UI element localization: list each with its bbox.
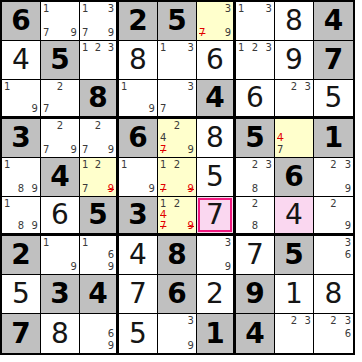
pencil-marks: 39 bbox=[158, 314, 196, 353]
candidate-9: 9 bbox=[144, 103, 155, 114]
candidate-7: 7 bbox=[277, 143, 288, 155]
candidate-2: 2 bbox=[288, 315, 299, 327]
cell-r3c3[interactable]: 8 bbox=[80, 80, 119, 119]
cell-r7c9[interactable]: 36 bbox=[314, 236, 353, 275]
candidate-1: 1 bbox=[4, 198, 15, 209]
given-digit: 8 bbox=[88, 84, 107, 112]
given-digit: 4 bbox=[50, 163, 69, 191]
candidate-2: 2 bbox=[328, 159, 340, 171]
candidate-9: 9 bbox=[66, 26, 77, 38]
candidate-2: 2 bbox=[54, 81, 65, 92]
candidate-2: 2 bbox=[328, 198, 340, 209]
candidate-1: 1 bbox=[121, 81, 132, 92]
given-digit: 2 bbox=[128, 7, 147, 35]
candidate-3: 3 bbox=[261, 159, 272, 171]
cell-r1c4[interactable]: 2 bbox=[119, 2, 158, 41]
given-digit: 3 bbox=[128, 201, 147, 229]
pencil-marks: 179 bbox=[41, 2, 79, 40]
given-digit: 3 bbox=[11, 124, 30, 152]
pencil-marks: 29 bbox=[314, 197, 353, 233]
cell-r8c2[interactable]: 3 bbox=[41, 275, 80, 314]
cell-r6c8[interactable]: 4 bbox=[275, 197, 314, 236]
cell-r1c2[interactable]: 179 bbox=[41, 2, 80, 41]
pencil-marks: 279 bbox=[41, 119, 79, 157]
candidate-9: 9 bbox=[66, 260, 77, 272]
cell-r2c3[interactable]: 123 bbox=[80, 41, 119, 80]
candidate-9: 9 bbox=[103, 339, 114, 351]
candidate-7: 7 bbox=[82, 182, 93, 194]
given-digit: 7 bbox=[11, 320, 30, 348]
cell-r2c4[interactable]: 8 bbox=[119, 41, 158, 80]
cell-r2c6[interactable]: 6 bbox=[197, 41, 236, 80]
cell-r2c7[interactable]: 123 bbox=[236, 41, 275, 80]
candidate-9: 9 bbox=[183, 143, 194, 155]
given-digit: 7 bbox=[324, 46, 343, 74]
cell-r4c5[interactable]: 2479 bbox=[158, 119, 197, 158]
solved-digit: 6 bbox=[206, 46, 224, 74]
candidate-1: 1 bbox=[82, 237, 93, 249]
pencil-marks: 37 bbox=[158, 80, 196, 116]
pencil-marks: 123 bbox=[236, 41, 274, 79]
cell-r5c5[interactable]: 1279 bbox=[158, 158, 197, 197]
candidate-3: 3 bbox=[300, 81, 311, 92]
cell-r5c2[interactable]: 4 bbox=[41, 158, 80, 197]
pencil-marks: 69 bbox=[80, 314, 116, 353]
eliminated-candidate-7: 7 bbox=[160, 182, 171, 194]
cell-r8c6[interactable]: 2 bbox=[197, 275, 236, 314]
candidate-6: 6 bbox=[339, 327, 351, 339]
cell-r6c3[interactable]: 5 bbox=[80, 197, 119, 236]
cell-r8c9[interactable]: 8 bbox=[314, 275, 353, 314]
cell-r4c7[interactable]: 5 bbox=[236, 119, 275, 158]
given-digit: 4 bbox=[324, 7, 343, 35]
candidate-3: 3 bbox=[183, 81, 194, 92]
cell-r9c2[interactable]: 8 bbox=[41, 314, 80, 353]
pencil-marks: 13 bbox=[236, 2, 274, 40]
candidate-9: 9 bbox=[220, 260, 231, 272]
cell-r5c1[interactable]: 189 bbox=[2, 158, 41, 197]
given-digit: 6 bbox=[11, 7, 30, 35]
cell-r7c1[interactable]: 2 bbox=[2, 236, 41, 275]
eliminated-candidate-4: 4 bbox=[277, 132, 288, 144]
cell-r9c6[interactable]: 1 bbox=[197, 314, 236, 353]
candidate-1: 1 bbox=[121, 159, 132, 171]
pencil-marks: 28 bbox=[236, 197, 274, 233]
candidate-3: 3 bbox=[339, 237, 351, 249]
cell-r1c6[interactable]: 379 bbox=[197, 2, 236, 41]
given-digit: 3 bbox=[50, 280, 69, 308]
cell-r9c3[interactable]: 69 bbox=[80, 314, 119, 353]
given-digit: 6 bbox=[284, 163, 303, 191]
cell-r7c5[interactable]: 8 bbox=[158, 236, 197, 275]
solved-digit: 8 bbox=[325, 280, 343, 308]
cell-r5c4[interactable]: 19 bbox=[119, 158, 158, 197]
solved-digit: 8 bbox=[206, 124, 224, 152]
candidate-2: 2 bbox=[328, 315, 340, 327]
given-digit: 4 bbox=[88, 280, 107, 308]
cell-r7c6[interactable]: 39 bbox=[197, 236, 236, 275]
candidate-9: 9 bbox=[27, 103, 38, 114]
cell-r8c8[interactable]: 1 bbox=[275, 275, 314, 314]
cell-r8c3[interactable]: 4 bbox=[80, 275, 119, 314]
cell-r4c9[interactable]: 1 bbox=[314, 119, 353, 158]
cell-r2c1[interactable]: 4 bbox=[2, 41, 41, 80]
candidate-9: 9 bbox=[339, 220, 351, 231]
candidate-7: 7 bbox=[43, 103, 54, 114]
cell-r9c1[interactable]: 7 bbox=[2, 314, 41, 353]
cell-r1c9[interactable]: 4 bbox=[314, 2, 353, 41]
given-digit: 5 bbox=[284, 241, 303, 269]
candidate-2: 2 bbox=[249, 198, 260, 209]
candidate-8: 8 bbox=[249, 182, 260, 194]
solved-digit: 5 bbox=[206, 163, 224, 191]
solved-digit: 4 bbox=[12, 46, 30, 74]
eliminated-candidate-7: 7 bbox=[199, 26, 210, 38]
candidate-9: 9 bbox=[103, 143, 114, 155]
pencil-marks: 19 bbox=[41, 236, 79, 274]
pencil-marks: 39 bbox=[197, 236, 233, 274]
cell-r6c4[interactable]: 3 bbox=[119, 197, 158, 236]
solved-digit: 7 bbox=[246, 241, 264, 269]
solved-digit: 7 bbox=[206, 201, 224, 229]
eliminated-candidate-4: 4 bbox=[160, 209, 171, 220]
pencil-marks: 23 bbox=[275, 314, 313, 353]
given-digit: 9 bbox=[245, 280, 264, 308]
cell-r1c5[interactable]: 5 bbox=[158, 2, 197, 41]
pencil-marks: 36 bbox=[314, 236, 353, 274]
pencil-marks: 13 bbox=[158, 41, 196, 79]
candidate-6: 6 bbox=[103, 327, 114, 339]
cell-r3c4[interactable]: 19 bbox=[119, 80, 158, 119]
candidate-7: 7 bbox=[43, 26, 54, 38]
solved-digit: 5 bbox=[129, 320, 147, 348]
candidate-2: 2 bbox=[171, 198, 182, 209]
cell-r9c4[interactable]: 5 bbox=[119, 314, 158, 353]
cell-r2c2[interactable]: 5 bbox=[41, 41, 80, 80]
given-digit: 2 bbox=[11, 241, 30, 269]
candidate-1: 1 bbox=[238, 42, 249, 54]
candidate-1: 1 bbox=[43, 237, 54, 249]
cell-r7c8[interactable]: 5 bbox=[275, 236, 314, 275]
pencil-marks: 169 bbox=[80, 236, 116, 274]
cell-r5c3[interactable]: 1279 bbox=[80, 158, 119, 197]
eliminated-candidate-9: 9 bbox=[183, 182, 194, 194]
cell-r9c5[interactable]: 39 bbox=[158, 314, 197, 353]
candidate-9: 9 bbox=[103, 26, 114, 38]
pencil-marks: 239 bbox=[314, 158, 353, 196]
cell-r7c4[interactable]: 4 bbox=[119, 236, 158, 275]
given-digit: 6 bbox=[167, 280, 186, 308]
cell-r1c1[interactable]: 6 bbox=[2, 2, 41, 41]
cell-r3c8[interactable]: 23 bbox=[275, 80, 314, 119]
candidate-1: 1 bbox=[160, 42, 171, 54]
pencil-marks: 2479 bbox=[158, 119, 196, 157]
cell-r7c2[interactable]: 19 bbox=[41, 236, 80, 275]
cell-r6c5[interactable]: 12479 bbox=[158, 197, 197, 236]
candidate-9: 9 bbox=[103, 260, 114, 272]
solved-digit: 9 bbox=[285, 46, 303, 74]
pencil-marks: 279 bbox=[80, 119, 116, 157]
cell-r9c9[interactable]: 236 bbox=[314, 314, 353, 353]
candidate-7: 7 bbox=[82, 26, 93, 38]
candidate-1: 1 bbox=[82, 3, 93, 15]
candidate-6: 6 bbox=[339, 249, 351, 261]
candidate-8: 8 bbox=[15, 220, 26, 231]
cell-r4c3[interactable]: 279 bbox=[80, 119, 119, 158]
cell-r9c7[interactable]: 4 bbox=[236, 314, 275, 353]
eliminated-candidate-9: 9 bbox=[183, 220, 194, 231]
solved-digit: 5 bbox=[325, 84, 343, 112]
solved-digit: 6 bbox=[246, 84, 264, 112]
candidate-7: 7 bbox=[160, 103, 171, 114]
given-digit: 8 bbox=[167, 241, 186, 269]
pencil-marks: 123 bbox=[80, 41, 116, 79]
candidate-2: 2 bbox=[171, 120, 182, 132]
cell-r9c8[interactable]: 23 bbox=[275, 314, 314, 353]
candidate-2: 2 bbox=[93, 42, 104, 54]
candidate-2: 2 bbox=[54, 120, 65, 132]
candidate-3: 3 bbox=[103, 3, 114, 15]
candidate-2: 2 bbox=[93, 120, 104, 132]
solved-digit: 8 bbox=[129, 46, 147, 74]
given-digit: 5 bbox=[167, 7, 186, 35]
cell-r6c7[interactable]: 28 bbox=[236, 197, 275, 236]
given-digit: 4 bbox=[245, 320, 264, 348]
cell-r3c5[interactable]: 37 bbox=[158, 80, 197, 119]
given-digit: 1 bbox=[324, 124, 343, 152]
candidate-3: 3 bbox=[220, 237, 231, 249]
pencil-marks: 189 bbox=[2, 197, 40, 233]
given-digit: 4 bbox=[205, 84, 224, 112]
pencil-marks: 27 bbox=[41, 80, 79, 116]
cell-r1c7[interactable]: 13 bbox=[236, 2, 275, 41]
candidate-2: 2 bbox=[288, 81, 299, 92]
cell-r4c8[interactable]: 47 bbox=[275, 119, 314, 158]
solved-digit: 4 bbox=[129, 241, 147, 269]
pencil-marks: 19 bbox=[119, 158, 157, 196]
cell-r7c7[interactable]: 7 bbox=[236, 236, 275, 275]
cell-r8c4[interactable]: 7 bbox=[119, 275, 158, 314]
candidate-1: 1 bbox=[238, 3, 249, 15]
solved-digit: 5 bbox=[12, 280, 30, 308]
solved-digit: 2 bbox=[206, 280, 224, 308]
cell-r6c2[interactable]: 6 bbox=[41, 197, 80, 236]
cell-r7c3[interactable]: 169 bbox=[80, 236, 119, 275]
candidate-3: 3 bbox=[183, 42, 194, 54]
candidate-3: 3 bbox=[103, 42, 114, 54]
cell-r6c1[interactable]: 189 bbox=[2, 197, 41, 236]
cell-r5c9[interactable]: 239 bbox=[314, 158, 353, 197]
cell-r4c4[interactable]: 6 bbox=[119, 119, 158, 158]
candidate-3: 3 bbox=[261, 42, 272, 54]
candidate-9: 9 bbox=[183, 339, 194, 351]
cell-r1c8[interactable]: 8 bbox=[275, 2, 314, 41]
pencil-marks: 19 bbox=[2, 80, 40, 116]
cell-r4c1[interactable]: 3 bbox=[2, 119, 41, 158]
cell-r4c2[interactable]: 279 bbox=[41, 119, 80, 158]
pencil-marks: 379 bbox=[197, 2, 233, 40]
cell-r3c6[interactable]: 4 bbox=[197, 80, 236, 119]
cell-r8c5[interactable]: 6 bbox=[158, 275, 197, 314]
cell-r8c1[interactable]: 5 bbox=[2, 275, 41, 314]
pencil-marks: 238 bbox=[236, 158, 274, 196]
solved-digit: 8 bbox=[51, 320, 69, 348]
pencil-marks: 23 bbox=[275, 80, 313, 116]
candidate-8: 8 bbox=[15, 182, 26, 194]
candidate-7: 7 bbox=[43, 143, 54, 155]
cell-r3c2[interactable]: 27 bbox=[41, 80, 80, 119]
pencil-marks: 236 bbox=[314, 314, 353, 353]
pencil-marks: 19 bbox=[119, 80, 157, 116]
candidate-3: 3 bbox=[183, 315, 194, 327]
candidate-2: 2 bbox=[249, 42, 260, 54]
given-digit: 1 bbox=[205, 320, 224, 348]
cell-r6c6[interactable]: 7 bbox=[197, 197, 236, 236]
cell-r3c1[interactable]: 19 bbox=[2, 80, 41, 119]
cell-r8c7[interactable]: 9 bbox=[236, 275, 275, 314]
candidate-8: 8 bbox=[249, 220, 260, 231]
given-digit: 5 bbox=[88, 201, 107, 229]
pencil-marks: 12479 bbox=[158, 197, 196, 233]
eliminated-candidate-9: 9 bbox=[103, 182, 114, 194]
eliminated-candidate-7: 7 bbox=[160, 143, 171, 155]
given-digit: 5 bbox=[245, 124, 264, 152]
cell-r4c6[interactable]: 8 bbox=[197, 119, 236, 158]
candidate-9: 9 bbox=[339, 182, 351, 194]
candidate-2: 2 bbox=[171, 159, 182, 171]
candidate-1: 1 bbox=[43, 3, 54, 15]
candidate-1: 1 bbox=[4, 81, 15, 92]
candidate-1: 1 bbox=[4, 159, 15, 171]
solved-digit: 6 bbox=[51, 201, 69, 229]
candidate-2: 2 bbox=[249, 159, 260, 171]
cell-r2c8[interactable]: 9 bbox=[275, 41, 314, 80]
cell-r6c9[interactable]: 29 bbox=[314, 197, 353, 236]
candidate-3: 3 bbox=[300, 315, 311, 327]
pencil-marks: 1279 bbox=[158, 158, 196, 196]
eliminated-candidate-7: 7 bbox=[160, 220, 171, 231]
solved-digit: 7 bbox=[129, 280, 147, 308]
solved-digit: 8 bbox=[285, 7, 303, 35]
sudoku-board: 6179137925379138445123813612397192781937… bbox=[0, 0, 355, 355]
candidate-9: 9 bbox=[66, 143, 77, 155]
cell-r3c9[interactable]: 5 bbox=[314, 80, 353, 119]
cell-r5c6[interactable]: 5 bbox=[197, 158, 236, 197]
candidate-3: 3 bbox=[261, 3, 272, 15]
pencil-marks: 1379 bbox=[80, 2, 116, 40]
candidate-2: 2 bbox=[93, 159, 104, 171]
cell-r3c7[interactable]: 6 bbox=[236, 80, 275, 119]
cell-r1c3[interactable]: 1379 bbox=[80, 2, 119, 41]
pencil-marks: 47 bbox=[275, 119, 313, 157]
solved-digit: 4 bbox=[285, 201, 303, 229]
given-digit: 5 bbox=[50, 46, 69, 74]
cell-r5c7[interactable]: 238 bbox=[236, 158, 275, 197]
given-digit: 6 bbox=[128, 124, 147, 152]
pencil-marks: 1279 bbox=[80, 158, 116, 196]
cell-r2c9[interactable]: 7 bbox=[314, 41, 353, 80]
pencil-marks: 189 bbox=[2, 158, 40, 196]
candidate-7: 7 bbox=[82, 143, 93, 155]
candidate-1: 1 bbox=[160, 159, 171, 171]
solved-digit: 1 bbox=[285, 280, 303, 308]
candidate-6: 6 bbox=[103, 249, 114, 261]
candidate-4: 4 bbox=[160, 132, 171, 144]
candidate-3: 3 bbox=[220, 3, 231, 15]
candidate-3: 3 bbox=[339, 159, 351, 171]
candidate-1: 1 bbox=[82, 159, 93, 171]
candidate-1: 1 bbox=[160, 198, 171, 209]
candidate-9: 9 bbox=[144, 182, 155, 194]
candidate-1: 1 bbox=[82, 42, 93, 54]
candidate-9: 9 bbox=[220, 26, 231, 38]
candidate-3: 3 bbox=[339, 315, 351, 327]
cell-r5c8[interactable]: 6 bbox=[275, 158, 314, 197]
candidate-9: 9 bbox=[27, 182, 38, 194]
cell-r2c5[interactable]: 13 bbox=[158, 41, 197, 80]
candidate-9: 9 bbox=[27, 220, 38, 231]
